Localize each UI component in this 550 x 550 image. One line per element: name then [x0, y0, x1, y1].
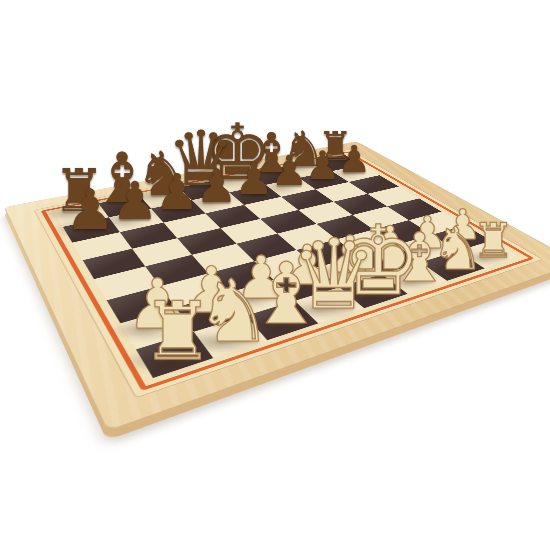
- piece-black-pawn-e7[interactable]: ♟: [234, 157, 273, 201]
- piece-black-pawn-c7[interactable]: ♟: [155, 168, 199, 217]
- piece-black-pawn-g7[interactable]: ♟: [305, 146, 340, 185]
- piece-black-pawn-b7[interactable]: ♟: [112, 175, 159, 227]
- piece-black-pawn-d7[interactable]: ♟: [196, 162, 238, 208]
- chess-set-photo: ♜♝♞♛♚♝♞♜♟♟♟♟♟♟♟♟♟♟♟♟♟♟♟♟♜♞♝♛♚♝♞♜: [0, 0, 550, 550]
- piece-black-pawn-h7[interactable]: ♟: [338, 141, 371, 178]
- piece-black-pawn-a7[interactable]: ♟: [65, 181, 115, 237]
- piece-white-rook-a1[interactable]: ♜: [142, 291, 214, 371]
- piece-black-pawn-f7[interactable]: ♟: [271, 151, 308, 192]
- pieces-layer: ♜♝♞♛♚♝♞♜♟♟♟♟♟♟♟♟♟♟♟♟♟♟♟♟♜♞♝♛♚♝♞♜: [0, 0, 550, 550]
